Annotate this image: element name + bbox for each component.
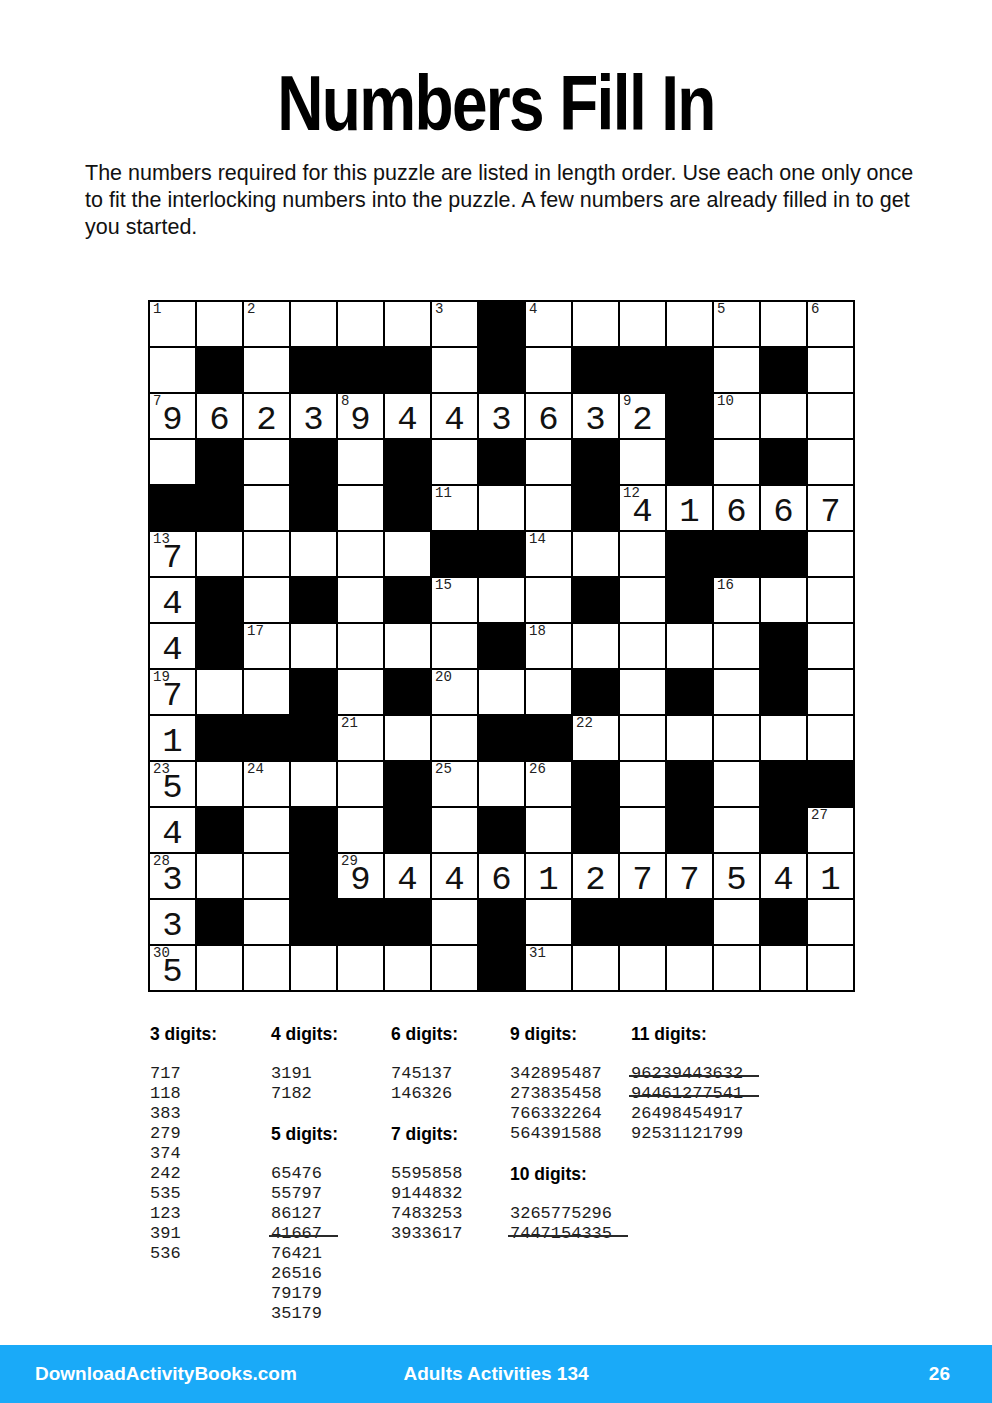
grid-cell[interactable]: 18	[525, 623, 572, 669]
grid-cell[interactable]	[619, 439, 666, 485]
grid-cell-black	[478, 301, 525, 347]
grid-cell[interactable]	[572, 623, 619, 669]
clue-number: 27	[811, 808, 828, 823]
list-spacer	[271, 1104, 391, 1124]
cell-digit: 9	[162, 396, 182, 437]
grid-cell-black	[572, 485, 619, 531]
grid-cell[interactable]: 4	[431, 393, 478, 439]
grid-cell[interactable]	[525, 899, 572, 945]
grid-cell[interactable]	[478, 761, 525, 807]
grid-cell[interactable]	[337, 669, 384, 715]
grid-cell-black	[666, 531, 713, 577]
grid-cell-black	[196, 807, 243, 853]
clue-number: 23	[153, 762, 170, 777]
grid-cell[interactable]	[713, 669, 760, 715]
list-number: 564391588	[510, 1124, 630, 1144]
grid-cell-black	[760, 669, 807, 715]
grid-cell[interactable]: 1	[807, 853, 854, 899]
clue-number: 7	[153, 394, 161, 409]
list-number: 383	[150, 1104, 270, 1124]
list-number: 96239443632	[631, 1064, 751, 1084]
list-number: 35179	[271, 1304, 391, 1324]
cell-digit: 1	[820, 856, 840, 897]
grid-cell[interactable]	[619, 531, 666, 577]
footer-bar: DownloadActivityBooks.com Adults Activit…	[0, 1345, 992, 1403]
grid-cell[interactable]: 4	[760, 853, 807, 899]
grid-cell[interactable]: 16	[713, 577, 760, 623]
grid-cell[interactable]	[384, 531, 431, 577]
grid-cell-black	[666, 577, 713, 623]
grid-cell[interactable]: 3	[572, 393, 619, 439]
grid-cell[interactable]	[666, 945, 713, 991]
grid-cell-black	[290, 669, 337, 715]
grid-cell-black	[525, 715, 572, 761]
grid-cell[interactable]: 7	[619, 853, 666, 899]
grid-cell[interactable]: 6	[713, 485, 760, 531]
grid-cell[interactable]: 11	[431, 485, 478, 531]
list-number: 3265775296	[510, 1204, 630, 1224]
grid-cell-black	[384, 347, 431, 393]
cell-digit: 4	[397, 856, 417, 897]
grid-cell-black	[760, 347, 807, 393]
grid-cell-black	[666, 899, 713, 945]
grid-cell[interactable]: 79	[149, 393, 196, 439]
grid-cell[interactable]	[243, 669, 290, 715]
grid-cell[interactable]	[431, 439, 478, 485]
grid-cell[interactable]: 6	[196, 393, 243, 439]
number-list-column-5: 11 digits: 96239443632944612775412649845…	[631, 1024, 751, 1144]
grid-cell[interactable]	[713, 439, 760, 485]
list-number: 92531121799	[631, 1124, 751, 1144]
list-spacer	[391, 1104, 511, 1124]
grid-cell-black	[149, 485, 196, 531]
grid-cell[interactable]	[619, 761, 666, 807]
grid-cell-black	[478, 945, 525, 991]
list-number-struck: 96239443632	[631, 1064, 743, 1084]
number-list-column-4: 9 digits: 342895487273835458766332264564…	[510, 1024, 630, 1244]
grid-cell[interactable]: 31	[525, 945, 572, 991]
grid-cell[interactable]	[760, 945, 807, 991]
grid-cell[interactable]: 197	[149, 669, 196, 715]
grid-cell[interactable]	[807, 669, 854, 715]
grid-cell-black	[478, 807, 525, 853]
grid-cell[interactable]: 124	[619, 485, 666, 531]
grid-cell[interactable]: 4	[149, 807, 196, 853]
grid-cell[interactable]	[807, 393, 854, 439]
grid-cell[interactable]	[196, 531, 243, 577]
grid-cell[interactable]: 14	[525, 531, 572, 577]
grid-cell-black	[666, 347, 713, 393]
grid-cell-black	[196, 439, 243, 485]
cell-digit: 6	[538, 396, 558, 437]
number-list-column-1: 3 digits: 717118383279374242535123391536	[150, 1024, 270, 1264]
list-number: 123	[150, 1204, 270, 1224]
grid-cell-black	[666, 669, 713, 715]
grid-cell[interactable]	[713, 945, 760, 991]
list-number-struck: 7447154335	[510, 1224, 612, 1244]
grid-cell[interactable]	[619, 623, 666, 669]
grid-cell[interactable]: 299	[337, 853, 384, 899]
clue-number: 9	[623, 394, 631, 409]
cell-digit: 1	[679, 488, 699, 529]
grid-cell[interactable]: 20	[431, 669, 478, 715]
list-number: 118	[150, 1084, 270, 1104]
grid-cell[interactable]: 4	[525, 301, 572, 347]
grid-cell[interactable]: 1	[149, 715, 196, 761]
grid-cell[interactable]	[478, 577, 525, 623]
grid-cell[interactable]: 3	[149, 899, 196, 945]
grid-cell[interactable]: 27	[807, 807, 854, 853]
list-spacer	[391, 1044, 511, 1064]
grid-cell[interactable]	[337, 761, 384, 807]
cell-digit: 5	[726, 856, 746, 897]
grid-cell[interactable]	[619, 945, 666, 991]
grid-cell[interactable]: 7	[666, 853, 713, 899]
grid-cell[interactable]	[572, 301, 619, 347]
grid-cell[interactable]	[807, 439, 854, 485]
grid-cell[interactable]	[619, 807, 666, 853]
cell-digit: 4	[162, 580, 182, 621]
puzzle-grid: 1234567962389443639210111241667137144151…	[148, 300, 855, 992]
grid-cell[interactable]	[431, 899, 478, 945]
list-number: 26516	[271, 1264, 391, 1284]
grid-cell[interactable]	[807, 715, 854, 761]
grid-cell[interactable]	[666, 301, 713, 347]
list-heading: 5 digits:	[271, 1124, 391, 1144]
grid-cell-black	[760, 761, 807, 807]
grid-cell[interactable]: 4	[149, 623, 196, 669]
cell-digit: 7	[679, 856, 699, 897]
cell-digit: 2	[585, 856, 605, 897]
footer-book-title: Adults Activities 134	[0, 1363, 992, 1385]
clue-number: 3	[435, 302, 443, 317]
cell-digit: 4	[773, 856, 793, 897]
grid-cell[interactable]: 1	[149, 301, 196, 347]
grid-cell[interactable]	[760, 577, 807, 623]
list-number: 7447154335	[510, 1224, 630, 1244]
grid-cell[interactable]	[337, 623, 384, 669]
clue-number: 16	[717, 578, 734, 593]
grid-cell-black	[478, 715, 525, 761]
clue-number: 20	[435, 670, 452, 685]
grid-cell[interactable]: 7	[807, 485, 854, 531]
grid-cell[interactable]	[713, 715, 760, 761]
cell-digit: 6	[491, 856, 511, 897]
grid-cell-black	[290, 807, 337, 853]
grid-cell[interactable]	[666, 623, 713, 669]
grid-cell[interactable]	[290, 623, 337, 669]
grid-cell[interactable]: 4	[384, 393, 431, 439]
grid-cell[interactable]: 17	[243, 623, 290, 669]
clue-number: 11	[435, 486, 452, 501]
grid-cell-black	[196, 899, 243, 945]
grid-cell[interactable]	[713, 761, 760, 807]
clue-number: 31	[529, 946, 546, 961]
list-number: 7182	[271, 1084, 391, 1104]
grid-cell[interactable]	[572, 531, 619, 577]
grid-cell[interactable]: 6	[478, 853, 525, 899]
cell-digit: 4	[162, 626, 182, 667]
grid-cell[interactable]	[337, 945, 384, 991]
cell-digit: 3	[162, 902, 182, 943]
list-number: 146326	[391, 1084, 511, 1104]
cell-digit: 1	[538, 856, 558, 897]
grid-cell-black	[290, 899, 337, 945]
footer-page-number: 26	[929, 1363, 950, 1385]
grid-cell[interactable]	[384, 945, 431, 991]
grid-cell[interactable]: 235	[149, 761, 196, 807]
list-number: 86127	[271, 1204, 391, 1224]
list-number: 342895487	[510, 1064, 630, 1084]
list-number: 76421	[271, 1244, 391, 1264]
grid-cell-black	[760, 531, 807, 577]
grid-cell-black	[478, 347, 525, 393]
grid-cell[interactable]	[760, 715, 807, 761]
grid-cell[interactable]: 24	[243, 761, 290, 807]
clue-number: 18	[529, 624, 546, 639]
list-heading: 4 digits:	[271, 1024, 391, 1044]
grid-cell-black	[572, 577, 619, 623]
grid-cell[interactable]: 6	[760, 485, 807, 531]
list-heading: 9 digits:	[510, 1024, 630, 1044]
grid-cell[interactable]	[478, 485, 525, 531]
grid-cell[interactable]	[431, 623, 478, 669]
list-number: 55797	[271, 1184, 391, 1204]
list-number: 391	[150, 1224, 270, 1244]
grid-cell[interactable]	[525, 577, 572, 623]
clue-number: 15	[435, 578, 452, 593]
grid-cell[interactable]	[525, 347, 572, 393]
clue-number: 8	[341, 394, 349, 409]
clue-number: 6	[811, 302, 819, 317]
clue-number: 4	[529, 302, 537, 317]
grid-cell[interactable]	[619, 301, 666, 347]
grid-cell[interactable]	[149, 439, 196, 485]
grid-cell[interactable]	[243, 347, 290, 393]
grid-cell-black	[384, 669, 431, 715]
list-number: 3191	[271, 1064, 391, 1084]
cell-digit: 2	[256, 396, 276, 437]
grid-cell[interactable]: 3	[290, 393, 337, 439]
cell-digit: 1	[162, 718, 182, 759]
grid-cell[interactable]	[243, 531, 290, 577]
list-number: 374	[150, 1144, 270, 1164]
grid-cell[interactable]	[290, 301, 337, 347]
grid-cell[interactable]	[431, 945, 478, 991]
grid-cell[interactable]	[384, 623, 431, 669]
grid-cell[interactable]	[525, 439, 572, 485]
grid-cell[interactable]: 1	[666, 485, 713, 531]
grid-cell[interactable]	[337, 531, 384, 577]
grid-cell[interactable]	[713, 347, 760, 393]
grid-cell[interactable]: 6	[807, 301, 854, 347]
clue-number: 12	[623, 486, 640, 501]
grid-cell[interactable]	[196, 761, 243, 807]
grid-cell[interactable]: 283	[149, 853, 196, 899]
grid-cell[interactable]	[243, 807, 290, 853]
list-number: 41667	[271, 1224, 391, 1244]
grid-cell[interactable]	[337, 577, 384, 623]
grid-cell[interactable]: 22	[572, 715, 619, 761]
grid-cell[interactable]	[196, 853, 243, 899]
grid-cell[interactable]	[525, 807, 572, 853]
grid-cell[interactable]	[713, 623, 760, 669]
grid-cell[interactable]	[431, 347, 478, 393]
cell-digit: 2	[632, 396, 652, 437]
grid-cell-black	[619, 347, 666, 393]
grid-cell-black	[572, 347, 619, 393]
list-number: 536	[150, 1244, 270, 1264]
grid-cell[interactable]	[243, 853, 290, 899]
clue-number: 2	[247, 302, 255, 317]
list-number: 745137	[391, 1064, 511, 1084]
grid-cell-black	[290, 715, 337, 761]
grid-cell[interactable]: 5	[713, 301, 760, 347]
grid-cell-black	[196, 715, 243, 761]
grid-cell-black	[572, 439, 619, 485]
grid-cell-black	[478, 623, 525, 669]
grid-cell[interactable]	[384, 301, 431, 347]
grid-cell-black	[760, 807, 807, 853]
grid-cell[interactable]: 15	[431, 577, 478, 623]
grid-cell-black	[760, 623, 807, 669]
grid-cell[interactable]: 3	[431, 301, 478, 347]
instructions-text: The numbers required for this puzzle are…	[85, 160, 927, 241]
grid-cell[interactable]	[243, 577, 290, 623]
grid-cell[interactable]	[807, 623, 854, 669]
grid-cell[interactable]	[196, 301, 243, 347]
grid-cell[interactable]: 4	[431, 853, 478, 899]
clue-number: 30	[153, 946, 170, 961]
list-number: 7483253	[391, 1204, 511, 1224]
grid-cell-black	[290, 485, 337, 531]
grid-cell[interactable]	[807, 347, 854, 393]
grid-cell-black	[290, 577, 337, 623]
grid-cell[interactable]	[807, 577, 854, 623]
grid-cell[interactable]	[619, 669, 666, 715]
grid-cell[interactable]	[243, 439, 290, 485]
grid-cell[interactable]: 1	[525, 853, 572, 899]
clue-number: 1	[153, 302, 161, 317]
cell-digit: 7	[820, 488, 840, 529]
grid-cell[interactable]	[337, 807, 384, 853]
grid-cell[interactable]	[478, 669, 525, 715]
grid-cell-black	[196, 577, 243, 623]
grid-cell[interactable]	[525, 669, 572, 715]
grid-cell[interactable]: 21	[337, 715, 384, 761]
list-number: 5595858	[391, 1164, 511, 1184]
grid-cell[interactable]	[290, 761, 337, 807]
grid-cell-black	[760, 439, 807, 485]
grid-cell[interactable]: 2	[243, 301, 290, 347]
grid-cell[interactable]: 4	[384, 853, 431, 899]
grid-cell[interactable]	[572, 945, 619, 991]
page-title: Numbers Fill In	[89, 58, 902, 149]
grid-cell-black	[478, 531, 525, 577]
grid-cell[interactable]	[290, 531, 337, 577]
grid-cell[interactable]	[196, 945, 243, 991]
grid-cell[interactable]: 305	[149, 945, 196, 991]
grid-cell[interactable]: 89	[337, 393, 384, 439]
clue-number: 17	[247, 624, 264, 639]
grid-cell-black	[337, 347, 384, 393]
list-number-struck: 41667	[271, 1224, 322, 1244]
list-number: 535	[150, 1184, 270, 1204]
grid-cell[interactable]	[807, 899, 854, 945]
clue-number: 13	[153, 532, 170, 547]
grid-cell[interactable]	[337, 485, 384, 531]
grid-cell-black	[666, 761, 713, 807]
cell-digit: 6	[773, 488, 793, 529]
grid-cell[interactable]: 10	[713, 393, 760, 439]
grid-cell[interactable]: 137	[149, 531, 196, 577]
grid-cell-black	[290, 439, 337, 485]
grid-cell[interactable]	[243, 899, 290, 945]
list-spacer	[271, 1144, 391, 1164]
grid-cell[interactable]: 2	[572, 853, 619, 899]
grid-cell[interactable]	[149, 347, 196, 393]
list-heading: 7 digits:	[391, 1124, 511, 1144]
clue-number: 21	[341, 716, 358, 731]
grid-cell[interactable]	[431, 807, 478, 853]
cell-digit: 3	[491, 396, 511, 437]
grid-cell[interactable]: 25	[431, 761, 478, 807]
grid-cell[interactable]	[760, 393, 807, 439]
grid-cell[interactable]: 92	[619, 393, 666, 439]
grid-cell[interactable]	[384, 715, 431, 761]
cell-digit: 4	[397, 396, 417, 437]
grid-cell[interactable]	[243, 485, 290, 531]
grid-cell[interactable]	[243, 945, 290, 991]
grid-cell[interactable]: 4	[149, 577, 196, 623]
grid-cell[interactable]	[713, 807, 760, 853]
clue-number: 26	[529, 762, 546, 777]
grid-cell[interactable]	[337, 439, 384, 485]
grid-cell[interactable]	[619, 715, 666, 761]
list-heading: 6 digits:	[391, 1024, 511, 1044]
list-spacer	[510, 1044, 630, 1064]
grid-cell-black	[290, 853, 337, 899]
clue-number: 10	[717, 394, 734, 409]
grid-cell[interactable]: 26	[525, 761, 572, 807]
clue-number: 14	[529, 532, 546, 547]
grid-cell[interactable]: 2	[243, 393, 290, 439]
number-list-column-3: 6 digits: 745137146326 7 digits: 5595858…	[391, 1024, 511, 1244]
grid-cell[interactable]	[619, 577, 666, 623]
grid-cell[interactable]	[713, 899, 760, 945]
grid-cell-black	[384, 899, 431, 945]
grid-cell[interactable]	[807, 945, 854, 991]
grid-cell[interactable]	[807, 531, 854, 577]
list-number: 79179	[271, 1284, 391, 1304]
grid-cell[interactable]	[290, 945, 337, 991]
grid-cell[interactable]	[337, 301, 384, 347]
grid-cell[interactable]	[666, 715, 713, 761]
grid-cell[interactable]	[196, 669, 243, 715]
grid-cell[interactable]: 3	[478, 393, 525, 439]
grid-cell[interactable]: 5	[713, 853, 760, 899]
grid-cell[interactable]: 6	[525, 393, 572, 439]
grid-cell[interactable]	[760, 301, 807, 347]
list-spacer	[510, 1184, 630, 1204]
cell-digit: 6	[726, 488, 746, 529]
grid-cell-black	[572, 807, 619, 853]
page: Numbers Fill In The numbers required for…	[0, 0, 992, 1403]
cell-digit: 6	[209, 396, 229, 437]
grid-cell[interactable]	[525, 485, 572, 531]
grid-cell-black	[666, 439, 713, 485]
grid-cell[interactable]	[431, 715, 478, 761]
